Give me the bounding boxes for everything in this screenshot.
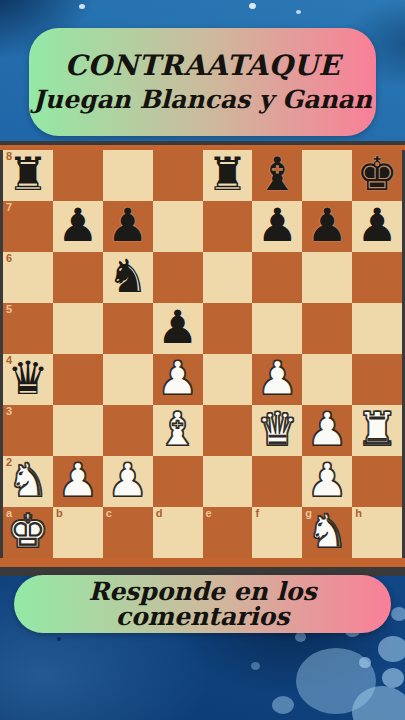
speck (57, 637, 61, 641)
square-g1: g♞ (302, 507, 352, 558)
square-d8 (153, 150, 203, 201)
square-b1: b (53, 507, 103, 558)
white-pawn: ♟ (57, 457, 98, 503)
square-d1: d (153, 507, 203, 558)
speck (249, 3, 256, 9)
square-b8 (53, 150, 103, 201)
square-e7 (203, 201, 253, 252)
bubble (391, 607, 405, 621)
white-queen: ♛ (257, 406, 298, 452)
square-c4 (103, 354, 153, 405)
square-a4: 4♛ (3, 354, 53, 405)
square-a7: 7 (3, 201, 53, 252)
square-d2 (153, 456, 203, 507)
black-pawn: ♟ (107, 202, 148, 248)
bubble (295, 632, 306, 642)
square-b7: ♟ (53, 201, 103, 252)
square-d3: ♝ (153, 405, 203, 456)
square-g3: ♟ (302, 405, 352, 456)
coordinate-label: h (355, 508, 362, 519)
square-d5: ♟ (153, 303, 203, 354)
bubble (382, 668, 404, 688)
black-king: ♚ (356, 151, 397, 197)
black-pawn: ♟ (257, 202, 298, 248)
coordinate-label: e (206, 508, 212, 519)
white-pawn: ♟ (107, 457, 148, 503)
coordinate-label: 7 (6, 202, 12, 213)
bubble (272, 696, 294, 714)
coordinate-label: d (156, 508, 163, 519)
top-banner: CONTRAATAQUE Juegan Blancas y Ganan (29, 28, 376, 136)
black-pawn: ♟ (307, 202, 348, 248)
coordinate-label: 3 (6, 406, 12, 417)
square-e4 (203, 354, 253, 405)
square-h7: ♟ (352, 201, 402, 252)
square-g7: ♟ (302, 201, 352, 252)
black-knight: ♞ (107, 253, 148, 299)
square-c6: ♞ (103, 252, 153, 303)
bubble (359, 657, 371, 668)
square-f3: ♛ (252, 405, 302, 456)
square-b6 (53, 252, 103, 303)
square-d4: ♟ (153, 354, 203, 405)
square-a6: 6 (3, 252, 53, 303)
square-c2: ♟ (103, 456, 153, 507)
square-e1: e (203, 507, 253, 558)
black-rook: ♜ (7, 151, 48, 197)
black-queen: ♛ (7, 355, 48, 401)
square-g6 (302, 252, 352, 303)
square-e8: ♜ (203, 150, 253, 201)
chess-board: 8♜♜♝♚7♟♟♟♟♟6♞5♟4♛♟♟3♝♛♟♜2♞♟♟♟a♚bcdefg♞h (3, 150, 402, 558)
square-a1: a♚ (3, 507, 53, 558)
square-a3: 3 (3, 405, 53, 456)
puzzle-title: CONTRAATAQUE (65, 52, 340, 80)
square-e6 (203, 252, 253, 303)
white-rook: ♜ (356, 406, 397, 452)
square-g8 (302, 150, 352, 201)
square-b5 (53, 303, 103, 354)
square-d6 (153, 252, 203, 303)
square-h4 (352, 354, 402, 405)
board-edge-bottom (0, 558, 405, 567)
square-b2: ♟ (53, 456, 103, 507)
white-pawn: ♟ (157, 355, 198, 401)
speck (79, 4, 85, 9)
square-b4 (53, 354, 103, 405)
square-g5 (302, 303, 352, 354)
white-pawn: ♟ (257, 355, 298, 401)
square-e2 (203, 456, 253, 507)
coordinate-label: f (255, 508, 259, 519)
black-rook: ♜ (207, 151, 248, 197)
square-h5 (352, 303, 402, 354)
white-bishop: ♝ (157, 406, 198, 452)
speck (296, 10, 301, 14)
square-f1: f (252, 507, 302, 558)
coordinate-label: c (106, 508, 112, 519)
square-f6 (252, 252, 302, 303)
square-c3 (103, 405, 153, 456)
square-a5: 5 (3, 303, 53, 354)
black-pawn: ♟ (57, 202, 98, 248)
square-f2 (252, 456, 302, 507)
square-h8: ♚ (352, 150, 402, 201)
square-h2 (352, 456, 402, 507)
cta-text: Responde en los comentarios (14, 579, 391, 629)
coordinate-label: 6 (6, 253, 12, 264)
black-pawn: ♟ (157, 304, 198, 350)
square-h6 (352, 252, 402, 303)
square-f4: ♟ (252, 354, 302, 405)
square-h3: ♜ (352, 405, 402, 456)
square-d7 (153, 201, 203, 252)
square-c8 (103, 150, 153, 201)
square-g2: ♟ (302, 456, 352, 507)
bubble (251, 662, 260, 670)
white-pawn: ♟ (307, 406, 348, 452)
square-h1: h (352, 507, 402, 558)
white-king: ♚ (7, 508, 48, 554)
square-c5 (103, 303, 153, 354)
square-g4 (302, 354, 352, 405)
white-knight: ♞ (7, 457, 48, 503)
bubble (378, 636, 405, 662)
puzzle-instruction: Juegan Blancas y Ganan (33, 87, 372, 112)
coordinate-label: b (56, 508, 63, 519)
square-c1: c (103, 507, 153, 558)
black-bishop: ♝ (257, 151, 298, 197)
square-f8: ♝ (252, 150, 302, 201)
square-f5 (252, 303, 302, 354)
square-f7: ♟ (252, 201, 302, 252)
square-a2: 2♞ (3, 456, 53, 507)
square-e5 (203, 303, 253, 354)
board-frame: 8♜♜♝♚7♟♟♟♟♟6♞5♟4♛♟♟3♝♛♟♜2♞♟♟♟a♚bcdefg♞h (0, 141, 405, 576)
square-e3 (203, 405, 253, 456)
black-pawn: ♟ (356, 202, 397, 248)
square-c7: ♟ (103, 201, 153, 252)
white-knight: ♞ (307, 508, 348, 554)
square-a8: 8♜ (3, 150, 53, 201)
bottom-banner: Responde en los comentarios (14, 575, 391, 633)
white-pawn: ♟ (307, 457, 348, 503)
background: CONTRAATAQUE Juegan Blancas y Ganan 8♜♜♝… (0, 0, 405, 720)
square-b3 (53, 405, 103, 456)
coordinate-label: 5 (6, 304, 12, 315)
